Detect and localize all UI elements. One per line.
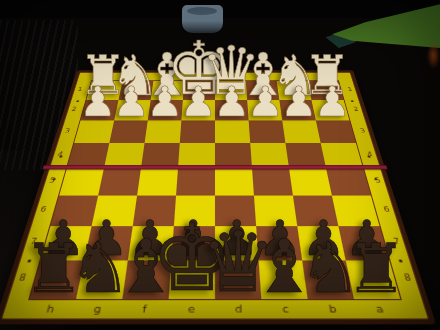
rank-label-right-3: 3 (355, 128, 369, 133)
square-e5[interactable] (176, 168, 215, 196)
piece-wP-b2[interactable]: ♟ (280, 81, 317, 122)
piece-wP-f2[interactable]: ♟ (146, 81, 183, 122)
rank-label-right-5: 5 (370, 178, 386, 184)
square-d5[interactable] (215, 168, 254, 196)
rank-label-right-2: 2 (349, 107, 363, 111)
piece-wP-h2[interactable]: ♟ (79, 81, 116, 122)
piece-wP-d2[interactable]: ♟ (213, 81, 250, 122)
rank-label-left-3: 3 (60, 128, 74, 133)
photo-scene: hhggffeeddccbbaa1122334455667788 ♜♞♝♚♛♝♞… (0, 0, 440, 330)
square-h5[interactable] (59, 168, 104, 196)
square-f5[interactable] (137, 168, 178, 196)
piece-wP-g2[interactable]: ♟ (113, 81, 150, 122)
piece-wP-e2[interactable]: ♟ (180, 81, 217, 122)
screw-icon (374, 178, 378, 180)
square-c5[interactable] (252, 168, 293, 196)
orange-smudge (427, 42, 440, 69)
square-a5[interactable] (326, 168, 371, 196)
piece-bR-a8[interactable]: ♜ (346, 235, 407, 303)
square-g5[interactable] (98, 168, 141, 196)
square-b5[interactable] (289, 168, 332, 196)
piece-wP-a2[interactable]: ♟ (314, 81, 351, 122)
screw-icon (367, 156, 371, 158)
mug-opening (187, 7, 217, 15)
hinge-strip (43, 165, 388, 169)
piece-wP-c2[interactable]: ♟ (247, 81, 284, 122)
